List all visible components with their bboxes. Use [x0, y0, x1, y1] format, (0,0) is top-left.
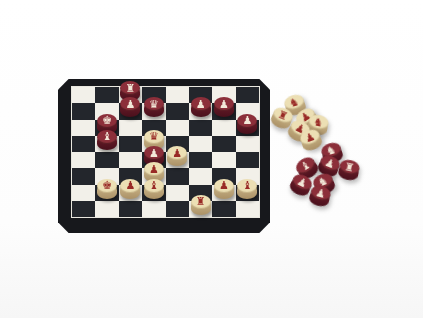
- piece-face: ♝: [97, 130, 117, 144]
- square-e2[interactable]: [166, 185, 189, 201]
- pawn-symbol-icon: ♟: [126, 99, 136, 110]
- queen-symbol-icon: ♛: [149, 131, 159, 142]
- knight-symbol-icon: ♞: [288, 95, 301, 108]
- piece-black-pawn-f7[interactable]: ♟: [191, 97, 211, 117]
- square-d1[interactable]: [142, 201, 165, 217]
- knight-symbol-icon: ♞: [313, 116, 325, 129]
- square-e8[interactable]: [166, 87, 189, 103]
- piece-face: ♟: [144, 146, 164, 160]
- piece-black-pawn-c7[interactable]: ♟: [120, 97, 140, 117]
- square-e1[interactable]: [166, 201, 189, 217]
- piece-white-bishop-d2[interactable]: ♝: [144, 179, 164, 199]
- square-f5[interactable]: [189, 136, 212, 152]
- piece-face: ♝: [144, 179, 164, 193]
- piece-white-king-b2[interactable]: ♚: [97, 179, 117, 199]
- rook-symbol-icon: ♜: [276, 108, 289, 122]
- piece-black-pawn-h6[interactable]: ♟: [237, 114, 257, 134]
- square-h5[interactable]: [236, 136, 259, 152]
- square-e7[interactable]: [166, 103, 189, 119]
- pawn-symbol-icon: ♟: [323, 156, 336, 170]
- rook-symbol-icon: ♜: [344, 161, 356, 174]
- piece-black-rook-captured-4[interactable]: ♜: [337, 158, 361, 182]
- queen-symbol-icon: ♛: [149, 99, 159, 110]
- square-b8[interactable]: [95, 87, 118, 103]
- rook-symbol-icon: ♜: [126, 83, 136, 94]
- king-symbol-icon: ♚: [102, 180, 112, 191]
- square-b1[interactable]: [95, 201, 118, 217]
- piece-white-pawn-c2[interactable]: ♟: [120, 179, 140, 199]
- piece-black-pawn-g7[interactable]: ♟: [214, 97, 234, 117]
- pawn-symbol-icon: ♟: [172, 148, 182, 159]
- piece-face: ♟: [191, 97, 211, 111]
- bishop-symbol-icon: ♝: [242, 180, 252, 191]
- square-c5[interactable]: [119, 136, 142, 152]
- square-g4[interactable]: [212, 152, 235, 168]
- square-g1[interactable]: [212, 201, 235, 217]
- piece-black-bishop-b5[interactable]: ♝: [97, 130, 117, 150]
- bishop-symbol-icon: ♝: [298, 158, 312, 173]
- pawn-symbol-icon: ♟: [126, 180, 136, 191]
- square-e6[interactable]: [166, 120, 189, 136]
- piece-black-pawn-captured-7[interactable]: ♟: [308, 184, 332, 208]
- piece-white-bishop-h2[interactable]: ♝: [237, 179, 257, 199]
- square-f3[interactable]: [189, 168, 212, 184]
- square-e3[interactable]: [166, 168, 189, 184]
- piece-white-pawn-g2[interactable]: ♟: [214, 179, 234, 199]
- piece-face: ♛: [144, 130, 164, 144]
- square-a5[interactable]: [72, 136, 95, 152]
- square-b4[interactable]: [95, 152, 118, 168]
- square-a4[interactable]: [72, 152, 95, 168]
- chessboard: ♜♟♛♟♟♚♟♝♟♛♟♟♚♟♝♟♝♜: [58, 79, 270, 233]
- square-a6[interactable]: [72, 120, 95, 136]
- piece-face: ♜: [191, 195, 211, 209]
- square-c4[interactable]: [119, 152, 142, 168]
- square-h8[interactable]: [236, 87, 259, 103]
- pawn-symbol-icon: ♟: [303, 130, 316, 144]
- pawn-symbol-icon: ♟: [219, 99, 229, 110]
- piece-white-pawn-e4[interactable]: ♟: [167, 146, 187, 166]
- piece-black-queen-d7[interactable]: ♛: [144, 97, 164, 117]
- photo-scene: ♜♟♛♟♟♚♟♝♟♛♟♟♚♟♝♟♝♜ ♞♜♟♞♟♟♞♟♝♜♟♞♟: [0, 0, 423, 318]
- pawn-symbol-icon: ♟: [242, 115, 252, 126]
- square-c6[interactable]: [119, 120, 142, 136]
- pawn-symbol-icon: ♟: [149, 164, 159, 175]
- piece-face: ♚: [97, 179, 117, 193]
- square-f6[interactable]: [189, 120, 212, 136]
- pawn-symbol-icon: ♟: [149, 148, 159, 159]
- piece-face: ♟: [237, 114, 257, 128]
- piece-face: ♚: [97, 114, 117, 128]
- square-a7[interactable]: [72, 103, 95, 119]
- pawn-symbol-icon: ♟: [219, 180, 229, 191]
- square-g6[interactable]: [212, 120, 235, 136]
- square-c1[interactable]: [119, 201, 142, 217]
- piece-face: ♝: [237, 179, 257, 193]
- pawn-symbol-icon: ♟: [315, 187, 327, 200]
- piece-face: ♟: [120, 179, 140, 193]
- square-a3[interactable]: [72, 168, 95, 184]
- bishop-symbol-icon: ♝: [102, 131, 112, 142]
- rook-symbol-icon: ♜: [196, 196, 206, 207]
- square-g5[interactable]: [212, 136, 235, 152]
- square-h1[interactable]: [236, 201, 259, 217]
- pawn-symbol-icon: ♟: [295, 175, 309, 189]
- square-a2[interactable]: [72, 185, 95, 201]
- square-h4[interactable]: [236, 152, 259, 168]
- piece-face: ♟: [214, 179, 234, 193]
- square-f4[interactable]: [189, 152, 212, 168]
- king-symbol-icon: ♚: [102, 115, 112, 126]
- square-a8[interactable]: [72, 87, 95, 103]
- pawn-symbol-icon: ♟: [196, 99, 206, 110]
- square-a1[interactable]: [72, 201, 95, 217]
- piece-white-rook-f1[interactable]: ♜: [191, 195, 211, 215]
- bishop-symbol-icon: ♝: [149, 180, 159, 191]
